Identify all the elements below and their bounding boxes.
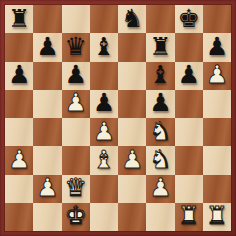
- square-b4[interactable]: [33, 118, 61, 146]
- square-e8[interactable]: ♞: [118, 5, 146, 33]
- square-f8[interactable]: [146, 5, 174, 33]
- piece-white-rook[interactable]: ♜: [206, 203, 228, 228]
- piece-black-rook[interactable]: ♜: [149, 34, 171, 59]
- piece-black-rook[interactable]: ♜: [8, 6, 30, 31]
- square-f7[interactable]: ♜: [146, 33, 174, 61]
- square-h3[interactable]: [203, 146, 231, 174]
- chess-board-frame: ♜♞♚♟♛♝♜♟♟♟♝♟♟♟♟♟♟♞♟♝♟♞♟♛♟♚♜♜: [0, 0, 236, 236]
- square-g3[interactable]: [175, 146, 203, 174]
- piece-white-queen[interactable]: ♛: [64, 175, 86, 200]
- square-h7[interactable]: ♟: [203, 33, 231, 61]
- square-e1[interactable]: [118, 203, 146, 231]
- square-d1[interactable]: [90, 203, 118, 231]
- square-c3[interactable]: [62, 146, 90, 174]
- square-b5[interactable]: [33, 90, 61, 118]
- piece-black-pawn[interactable]: ♟: [36, 34, 58, 59]
- square-h4[interactable]: [203, 118, 231, 146]
- square-b6[interactable]: [33, 62, 61, 90]
- square-b7[interactable]: ♟: [33, 33, 61, 61]
- piece-white-knight[interactable]: ♞: [149, 119, 171, 144]
- piece-black-pawn[interactable]: ♟: [177, 62, 199, 87]
- piece-white-king[interactable]: ♚: [64, 203, 86, 228]
- square-c1[interactable]: ♚: [62, 203, 90, 231]
- square-f4[interactable]: ♞: [146, 118, 174, 146]
- square-h5[interactable]: [203, 90, 231, 118]
- piece-black-pawn[interactable]: ♟: [64, 62, 86, 87]
- piece-black-pawn[interactable]: ♟: [93, 90, 115, 115]
- square-c6[interactable]: ♟: [62, 62, 90, 90]
- square-a7[interactable]: [5, 33, 33, 61]
- square-a8[interactable]: ♜: [5, 5, 33, 33]
- piece-black-pawn[interactable]: ♟: [8, 62, 30, 87]
- square-a4[interactable]: [5, 118, 33, 146]
- square-h8[interactable]: [203, 5, 231, 33]
- square-a1[interactable]: [5, 203, 33, 231]
- piece-black-bishop[interactable]: ♝: [93, 34, 115, 59]
- square-d5[interactable]: ♟: [90, 90, 118, 118]
- piece-black-knight[interactable]: ♞: [121, 6, 143, 31]
- square-g1[interactable]: ♜: [175, 203, 203, 231]
- square-e5[interactable]: [118, 90, 146, 118]
- square-a6[interactable]: ♟: [5, 62, 33, 90]
- square-e3[interactable]: ♟: [118, 146, 146, 174]
- piece-white-pawn[interactable]: ♟: [121, 147, 143, 172]
- square-g4[interactable]: [175, 118, 203, 146]
- square-d8[interactable]: [90, 5, 118, 33]
- square-c4[interactable]: [62, 118, 90, 146]
- square-g6[interactable]: ♟: [175, 62, 203, 90]
- square-f6[interactable]: ♝: [146, 62, 174, 90]
- square-b8[interactable]: [33, 5, 61, 33]
- square-c8[interactable]: [62, 5, 90, 33]
- square-d7[interactable]: ♝: [90, 33, 118, 61]
- piece-black-king[interactable]: ♚: [177, 6, 199, 31]
- square-f1[interactable]: [146, 203, 174, 231]
- square-c2[interactable]: ♛: [62, 175, 90, 203]
- piece-white-bishop[interactable]: ♝: [93, 147, 115, 172]
- square-d2[interactable]: [90, 175, 118, 203]
- piece-black-pawn[interactable]: ♟: [206, 34, 228, 59]
- square-e4[interactable]: [118, 118, 146, 146]
- square-f5[interactable]: ♟: [146, 90, 174, 118]
- piece-white-pawn[interactable]: ♟: [93, 119, 115, 144]
- square-h1[interactable]: ♜: [203, 203, 231, 231]
- chess-board: ♜♞♚♟♛♝♜♟♟♟♝♟♟♟♟♟♟♞♟♝♟♞♟♛♟♚♜♜: [5, 5, 231, 231]
- square-c5[interactable]: ♟: [62, 90, 90, 118]
- piece-white-pawn[interactable]: ♟: [149, 175, 171, 200]
- square-h6[interactable]: ♟: [203, 62, 231, 90]
- square-a3[interactable]: ♟: [5, 146, 33, 174]
- square-g2[interactable]: [175, 175, 203, 203]
- square-d4[interactable]: ♟: [90, 118, 118, 146]
- piece-white-pawn[interactable]: ♟: [36, 175, 58, 200]
- square-a5[interactable]: [5, 90, 33, 118]
- piece-black-queen[interactable]: ♛: [64, 34, 86, 59]
- square-d3[interactable]: ♝: [90, 146, 118, 174]
- square-g7[interactable]: [175, 33, 203, 61]
- piece-white-pawn[interactable]: ♟: [64, 90, 86, 115]
- square-g5[interactable]: [175, 90, 203, 118]
- square-a2[interactable]: [5, 175, 33, 203]
- square-b3[interactable]: [33, 146, 61, 174]
- square-g8[interactable]: ♚: [175, 5, 203, 33]
- square-b2[interactable]: ♟: [33, 175, 61, 203]
- square-b1[interactable]: [33, 203, 61, 231]
- piece-black-bishop[interactable]: ♝: [149, 62, 171, 87]
- piece-white-rook[interactable]: ♜: [177, 203, 199, 228]
- square-e2[interactable]: [118, 175, 146, 203]
- square-e7[interactable]: [118, 33, 146, 61]
- piece-white-knight[interactable]: ♞: [149, 147, 171, 172]
- piece-white-pawn[interactable]: ♟: [8, 147, 30, 172]
- square-d6[interactable]: [90, 62, 118, 90]
- piece-black-pawn[interactable]: ♟: [149, 90, 171, 115]
- square-f2[interactable]: ♟: [146, 175, 174, 203]
- square-c7[interactable]: ♛: [62, 33, 90, 61]
- square-e6[interactable]: [118, 62, 146, 90]
- piece-white-pawn[interactable]: ♟: [206, 62, 228, 87]
- square-h2[interactable]: [203, 175, 231, 203]
- square-f3[interactable]: ♞: [146, 146, 174, 174]
